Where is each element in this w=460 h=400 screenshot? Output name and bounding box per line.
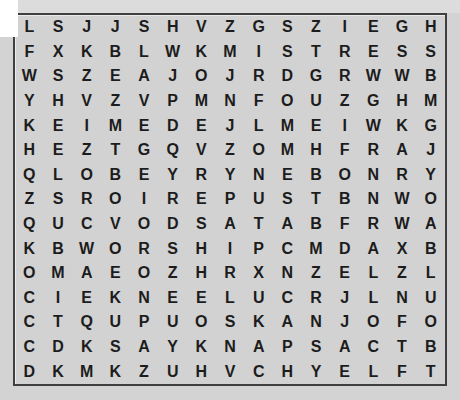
grid-cell-r8c7[interactable]: E [187, 187, 216, 212]
grid-cell-r2c14[interactable]: S [388, 40, 417, 65]
grid-cell-r4c8[interactable]: N [216, 89, 245, 114]
grid-cell-r14c6[interactable]: Y [158, 335, 187, 360]
grid-cell-r3c7[interactable]: O [187, 64, 216, 89]
grid-cell-r11c9[interactable]: X [244, 261, 273, 286]
grid-cell-r7c3[interactable]: O [72, 163, 101, 188]
grid-cell-r11c10[interactable]: N [273, 261, 302, 286]
grid-cell-r4c7[interactable]: M [187, 89, 216, 114]
grid-cell-r15c4[interactable]: K [101, 359, 130, 384]
grid-cell-r9c11[interactable]: B [302, 212, 331, 237]
grid-cell-r13c12[interactable]: J [330, 310, 359, 335]
grid-cell-r1c1[interactable]: L [15, 15, 44, 40]
grid-cell-r12c13[interactable]: L [359, 286, 388, 311]
grid-cell-r5c1[interactable]: K [15, 113, 44, 138]
grid-cell-r1c2[interactable]: S [44, 15, 73, 40]
grid-cell-r10c2[interactable]: B [44, 236, 73, 261]
grid-cell-r8c15[interactable]: O [416, 187, 445, 212]
grid-cell-r3c1[interactable]: W [15, 64, 44, 89]
grid-cell-r2c2[interactable]: X [44, 40, 73, 65]
grid-cell-r8c4[interactable]: O [101, 187, 130, 212]
grid-cell-r3c5[interactable]: A [130, 64, 159, 89]
grid-cell-r10c6[interactable]: S [158, 236, 187, 261]
grid-cell-r2c5[interactable]: L [130, 40, 159, 65]
grid-cell-r5c12[interactable]: I [330, 113, 359, 138]
grid-cell-r10c11[interactable]: M [302, 236, 331, 261]
grid-cell-r15c5[interactable]: Z [130, 359, 159, 384]
grid-cell-r14c1[interactable]: C [15, 335, 44, 360]
grid-cell-r9c2[interactable]: U [44, 212, 73, 237]
grid-cell-r3c6[interactable]: J [158, 64, 187, 89]
grid-cell-r7c8[interactable]: Y [216, 163, 245, 188]
grid-cell-r9c1[interactable]: Q [15, 212, 44, 237]
grid-cell-r11c14[interactable]: Z [388, 261, 417, 286]
grid-cell-r12c10[interactable]: C [273, 286, 302, 311]
grid-cell-r1c11[interactable]: Z [302, 15, 331, 40]
grid-cell-r8c10[interactable]: S [273, 187, 302, 212]
grid-cell-r14c8[interactable]: N [216, 335, 245, 360]
grid-cell-r1c9[interactable]: G [244, 15, 273, 40]
grid-cell-r9c7[interactable]: S [187, 212, 216, 237]
grid-cell-r3c8[interactable]: J [216, 64, 245, 89]
grid-cell-r12c8[interactable]: L [216, 286, 245, 311]
grid-cell-r13c10[interactable]: A [273, 310, 302, 335]
grid-cell-r6c6[interactable]: Q [158, 138, 187, 163]
grid-cell-r2c9[interactable]: I [244, 40, 273, 65]
grid-cell-r2c4[interactable]: B [101, 40, 130, 65]
grid-cell-r5c11[interactable]: E [302, 113, 331, 138]
grid-cell-r11c12[interactable]: E [330, 261, 359, 286]
grid-cell-r2c12[interactable]: R [330, 40, 359, 65]
grid-cell-r13c15[interactable]: O [416, 310, 445, 335]
grid-cell-r10c10[interactable]: C [273, 236, 302, 261]
grid-cell-r4c5[interactable]: V [130, 89, 159, 114]
grid-cell-r1c14[interactable]: G [388, 15, 417, 40]
grid-cell-r11c4[interactable]: E [101, 261, 130, 286]
grid-cell-r10c15[interactable]: B [416, 236, 445, 261]
grid-cell-r10c8[interactable]: I [216, 236, 245, 261]
grid-cell-r3c14[interactable]: W [388, 64, 417, 89]
grid-cell-r10c14[interactable]: X [388, 236, 417, 261]
grid-cell-r5c15[interactable]: G [416, 113, 445, 138]
grid-cell-r1c6[interactable]: H [158, 15, 187, 40]
grid-cell-r2c8[interactable]: M [216, 40, 245, 65]
grid-cell-r15c7[interactable]: H [187, 359, 216, 384]
grid-cell-r4c3[interactable]: V [72, 89, 101, 114]
grid-cell-r8c5[interactable]: I [130, 187, 159, 212]
grid-cell-r13c2[interactable]: T [44, 310, 73, 335]
grid-cell-r4c9[interactable]: F [244, 89, 273, 114]
grid-cell-r10c13[interactable]: A [359, 236, 388, 261]
grid-cell-r12c12[interactable]: J [330, 286, 359, 311]
grid-cell-r7c9[interactable]: N [244, 163, 273, 188]
grid-cell-r8c11[interactable]: T [302, 187, 331, 212]
grid-cell-r5c4[interactable]: M [101, 113, 130, 138]
grid-cell-r10c5[interactable]: R [130, 236, 159, 261]
grid-cell-r6c1[interactable]: H [15, 138, 44, 163]
grid-cell-r13c8[interactable]: S [216, 310, 245, 335]
grid-cell-r14c5[interactable]: A [130, 335, 159, 360]
grid-cell-r12c7[interactable]: E [187, 286, 216, 311]
grid-cell-r13c7[interactable]: O [187, 310, 216, 335]
grid-cell-r6c15[interactable]: J [416, 138, 445, 163]
grid-cell-r9c14[interactable]: W [388, 212, 417, 237]
grid-cell-r5c13[interactable]: W [359, 113, 388, 138]
grid-cell-r10c1[interactable]: K [15, 236, 44, 261]
grid-cell-r3c3[interactable]: Z [72, 64, 101, 89]
grid-cell-r8c8[interactable]: P [216, 187, 245, 212]
grid-cell-r15c2[interactable]: K [44, 359, 73, 384]
grid-cell-r1c10[interactable]: S [273, 15, 302, 40]
grid-cell-r4c12[interactable]: Z [330, 89, 359, 114]
grid-cell-r5c5[interactable]: E [130, 113, 159, 138]
grid-cell-r4c4[interactable]: Z [101, 89, 130, 114]
grid-cell-r12c9[interactable]: U [244, 286, 273, 311]
grid-cell-r13c11[interactable]: N [302, 310, 331, 335]
grid-cell-r12c1[interactable]: C [15, 286, 44, 311]
grid-cell-r15c8[interactable]: V [216, 359, 245, 384]
grid-cell-r4c10[interactable]: O [273, 89, 302, 114]
grid-cell-r5c2[interactable]: E [44, 113, 73, 138]
grid-cell-r5c6[interactable]: D [158, 113, 187, 138]
grid-cell-r4c13[interactable]: G [359, 89, 388, 114]
grid-cell-r10c7[interactable]: H [187, 236, 216, 261]
grid-cell-r5c9[interactable]: L [244, 113, 273, 138]
grid-cell-r1c12[interactable]: I [330, 15, 359, 40]
grid-cell-r11c3[interactable]: A [72, 261, 101, 286]
grid-cell-r14c11[interactable]: S [302, 335, 331, 360]
grid-cell-r4c1[interactable]: Y [15, 89, 44, 114]
grid-cell-r6c14[interactable]: A [388, 138, 417, 163]
grid-cell-r5c3[interactable]: I [72, 113, 101, 138]
grid-cell-r7c10[interactable]: E [273, 163, 302, 188]
grid-cell-r9c6[interactable]: D [158, 212, 187, 237]
grid-cell-r11c13[interactable]: L [359, 261, 388, 286]
grid-cell-r4c6[interactable]: P [158, 89, 187, 114]
grid-cell-r11c6[interactable]: Z [158, 261, 187, 286]
grid-cell-r2c1[interactable]: F [15, 40, 44, 65]
grid-cell-r14c13[interactable]: C [359, 335, 388, 360]
grid-cell-r6c10[interactable]: M [273, 138, 302, 163]
grid-cell-r15c14[interactable]: F [388, 359, 417, 384]
grid-cell-r8c12[interactable]: B [330, 187, 359, 212]
grid-cell-r11c8[interactable]: R [216, 261, 245, 286]
grid-cell-r12c15[interactable]: U [416, 286, 445, 311]
grid-cell-r7c1[interactable]: Q [15, 163, 44, 188]
grid-cell-r6c11[interactable]: H [302, 138, 331, 163]
grid-cell-r2c15[interactable]: S [416, 40, 445, 65]
grid-cell-r10c9[interactable]: P [244, 236, 273, 261]
grid-cell-r12c6[interactable]: E [158, 286, 187, 311]
grid-cell-r9c10[interactable]: A [273, 212, 302, 237]
grid-cell-r11c7[interactable]: H [187, 261, 216, 286]
grid-cell-r3c4[interactable]: E [101, 64, 130, 89]
grid-cell-r14c2[interactable]: D [44, 335, 73, 360]
grid-cell-r13c9[interactable]: K [244, 310, 273, 335]
grid-cell-r14c10[interactable]: P [273, 335, 302, 360]
grid-cell-r8c2[interactable]: S [44, 187, 73, 212]
grid-cell-r11c15[interactable]: L [416, 261, 445, 286]
grid-cell-r1c15[interactable]: H [416, 15, 445, 40]
grid-cell-r9c12[interactable]: F [330, 212, 359, 237]
grid-cell-r8c13[interactable]: N [359, 187, 388, 212]
grid-cell-r8c1[interactable]: Z [15, 187, 44, 212]
grid-cell-r14c3[interactable]: K [72, 335, 101, 360]
grid-cell-r1c8[interactable]: Z [216, 15, 245, 40]
grid-cell-r9c4[interactable]: V [101, 212, 130, 237]
grid-cell-r1c4[interactable]: J [101, 15, 130, 40]
grid-cell-r7c2[interactable]: L [44, 163, 73, 188]
grid-cell-r14c7[interactable]: K [187, 335, 216, 360]
grid-cell-r12c5[interactable]: N [130, 286, 159, 311]
grid-cell-r2c3[interactable]: K [72, 40, 101, 65]
grid-cell-r15c10[interactable]: H [273, 359, 302, 384]
grid-cell-r13c13[interactable]: O [359, 310, 388, 335]
grid-cell-r9c3[interactable]: C [72, 212, 101, 237]
grid-cell-r14c4[interactable]: S [101, 335, 130, 360]
grid-cell-r7c11[interactable]: B [302, 163, 331, 188]
grid-cell-r9c5[interactable]: O [130, 212, 159, 237]
grid-cell-r1c3[interactable]: J [72, 15, 101, 40]
grid-cell-r15c13[interactable]: L [359, 359, 388, 384]
grid-cell-r7c5[interactable]: E [130, 163, 159, 188]
grid-cell-r5c14[interactable]: K [388, 113, 417, 138]
grid-cell-r13c14[interactable]: F [388, 310, 417, 335]
grid-cell-r12c4[interactable]: K [101, 286, 130, 311]
grid-cell-r14c14[interactable]: T [388, 335, 417, 360]
grid-cell-r11c1[interactable]: O [15, 261, 44, 286]
grid-cell-r4c15[interactable]: M [416, 89, 445, 114]
word-search-grid: LSJJSHVZGSZIEGHFXKBLWKMISTRESSWSZEAJOJRD… [13, 13, 447, 386]
grid-cell-r7c7[interactable]: R [187, 163, 216, 188]
grid-cell-r6c9[interactable]: O [244, 138, 273, 163]
grid-cell-r7c12[interactable]: O [330, 163, 359, 188]
grid-cell-r11c11[interactable]: Z [302, 261, 331, 286]
grid-cell-r3c10[interactable]: D [273, 64, 302, 89]
grid-cell-r11c2[interactable]: M [44, 261, 73, 286]
grid-cell-r8c6[interactable]: R [158, 187, 187, 212]
grid-cell-r1c7[interactable]: V [187, 15, 216, 40]
grid-cell-r3c12[interactable]: R [330, 64, 359, 89]
grid-cell-r12c11[interactable]: R [302, 286, 331, 311]
grid-cell-r6c3[interactable]: Z [72, 138, 101, 163]
grid-cell-r7c6[interactable]: Y [158, 163, 187, 188]
grid-cell-r14c12[interactable]: A [330, 335, 359, 360]
grid-cell-r8c3[interactable]: R [72, 187, 101, 212]
grid-cell-r12c3[interactable]: E [72, 286, 101, 311]
grid-cell-r3c11[interactable]: G [302, 64, 331, 89]
grid-cell-r5c8[interactable]: J [216, 113, 245, 138]
grid-cell-r6c7[interactable]: V [187, 138, 216, 163]
grid-cell-r7c4[interactable]: B [101, 163, 130, 188]
grid-cell-r3c15[interactable]: B [416, 64, 445, 89]
grid-cell-r6c5[interactable]: G [130, 138, 159, 163]
grid-cell-r9c9[interactable]: T [244, 212, 273, 237]
grid-cell-r12c2[interactable]: I [44, 286, 73, 311]
grid-cell-r8c14[interactable]: W [388, 187, 417, 212]
grid-cell-r10c12[interactable]: D [330, 236, 359, 261]
grid-cell-r9c8[interactable]: A [216, 212, 245, 237]
grid-cell-r6c8[interactable]: Z [216, 138, 245, 163]
grid-cell-r3c2[interactable]: S [44, 64, 73, 89]
grid-cell-r1c13[interactable]: E [359, 15, 388, 40]
grid-cell-r15c6[interactable]: U [158, 359, 187, 384]
grid-cell-r2c11[interactable]: T [302, 40, 331, 65]
grid-cell-r15c15[interactable]: T [416, 359, 445, 384]
grid-cell-r13c3[interactable]: Q [72, 310, 101, 335]
grid-cell-r6c13[interactable]: R [359, 138, 388, 163]
grid-cell-r6c4[interactable]: T [101, 138, 130, 163]
grid-cell-r15c12[interactable]: E [330, 359, 359, 384]
grid-cell-r13c6[interactable]: U [158, 310, 187, 335]
grid-cell-r15c11[interactable]: Y [302, 359, 331, 384]
grid-cell-r7c14[interactable]: R [388, 163, 417, 188]
word-search-canvas: LSJJSHVZGSZIEGHFXKBLWKMISTRESSWSZEAJOJRD… [0, 0, 460, 400]
grid-cell-r13c1[interactable]: C [15, 310, 44, 335]
grid-cell-r2c13[interactable]: E [359, 40, 388, 65]
grid-cell-r3c13[interactable]: W [359, 64, 388, 89]
grid-cell-r14c15[interactable]: B [416, 335, 445, 360]
grid-cell-r9c15[interactable]: A [416, 212, 445, 237]
grid-cell-r4c14[interactable]: H [388, 89, 417, 114]
grid-cell-r6c2[interactable]: E [44, 138, 73, 163]
grid-cell-r4c2[interactable]: H [44, 89, 73, 114]
grid-cell-r5c7[interactable]: E [187, 113, 216, 138]
grid-cell-r7c13[interactable]: N [359, 163, 388, 188]
grid-cell-r2c10[interactable]: S [273, 40, 302, 65]
grid-cell-r12c14[interactable]: N [388, 286, 417, 311]
grid-cell-r2c7[interactable]: K [187, 40, 216, 65]
grid-cell-r2c6[interactable]: W [158, 40, 187, 65]
grid-cell-r10c3[interactable]: W [72, 236, 101, 261]
grid-cell-r10c4[interactable]: O [101, 236, 130, 261]
grid-cell-r11c5[interactable]: O [130, 261, 159, 286]
grid-cell-r4c11[interactable]: U [302, 89, 331, 114]
grid-cell-r9c13[interactable]: R [359, 212, 388, 237]
grid-cell-r13c5[interactable]: P [130, 310, 159, 335]
page-corner-notch [0, 0, 18, 37]
top-strip [0, 0, 460, 13]
grid-cell-r13c4[interactable]: U [101, 310, 130, 335]
grid-cell-r5c10[interactable]: M [273, 113, 302, 138]
grid-cell-r15c3[interactable]: M [72, 359, 101, 384]
grid-cell-r14c9[interactable]: A [244, 335, 273, 360]
grid-cell-r7c15[interactable]: Y [416, 163, 445, 188]
grid-cell-r1c5[interactable]: S [130, 15, 159, 40]
grid-cell-r15c1[interactable]: D [15, 359, 44, 384]
grid-cell-r15c9[interactable]: C [244, 359, 273, 384]
grid-cell-r6c12[interactable]: F [330, 138, 359, 163]
grid-cell-r3c9[interactable]: R [244, 64, 273, 89]
grid-cell-r8c9[interactable]: U [244, 187, 273, 212]
